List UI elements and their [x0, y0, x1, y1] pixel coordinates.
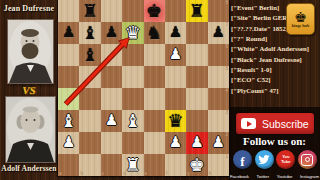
- dufresne-portrait: [7, 19, 54, 84]
- square-g2[interactable]: ♟: [186, 132, 207, 154]
- black-pawn-f7[interactable]: ♟: [165, 22, 186, 44]
- rank-label-3: 3: [225, 110, 228, 115]
- rank-label-8: 8: [225, 0, 228, 5]
- channel-logo[interactable]: ♚ kings hub: [286, 3, 315, 35]
- square-h8[interactable]: 8: [208, 0, 229, 22]
- square-f6[interactable]: ♟: [165, 44, 186, 66]
- square-e3[interactable]: [144, 110, 165, 132]
- square-d2[interactable]: [122, 132, 143, 154]
- file-label-c: c: [102, 171, 104, 176]
- black-pawn-a7[interactable]: ♟: [58, 22, 79, 44]
- white-queen-d7[interactable]: ♛: [122, 22, 143, 44]
- square-g4[interactable]: [186, 88, 207, 110]
- right-panel: ["Event" Berlin] ["Site" Berlin GER ["??…: [229, 0, 320, 180]
- square-c2[interactable]: [101, 132, 122, 154]
- white-bishop-a3[interactable]: ♝: [58, 110, 79, 132]
- square-b3[interactable]: [79, 110, 100, 132]
- instagram-button[interactable]: [298, 150, 317, 169]
- rank-label-1: 1: [225, 154, 228, 159]
- twitter-label: Twitter: [256, 174, 269, 179]
- square-e4[interactable]: [144, 88, 165, 110]
- square-b1[interactable]: b: [79, 154, 100, 176]
- square-d4[interactable]: [122, 88, 143, 110]
- pgn-line-white: ["White" Adolf Anderssen]: [231, 44, 320, 54]
- square-h6[interactable]: 6: [208, 44, 229, 66]
- pgn-line-result: ["Result" 1-0]: [231, 65, 320, 75]
- rank-label-7: 7: [225, 22, 228, 27]
- pgn-line-plycount: ["PlyCount" 47]: [231, 86, 320, 96]
- white-pawn-f2[interactable]: ♟: [165, 132, 186, 154]
- youtube-button[interactable]: You Tube: [276, 150, 295, 169]
- square-e1[interactable]: e: [144, 154, 165, 176]
- file-label-f: f: [166, 171, 167, 176]
- file-label-e: e: [145, 171, 148, 176]
- instagram-label: Instagram: [300, 174, 319, 179]
- square-d3[interactable]: ♝: [122, 110, 143, 132]
- white-pawn-f6[interactable]: ♟: [165, 44, 186, 66]
- square-c3[interactable]: ♟: [101, 110, 122, 132]
- square-g5[interactable]: [186, 66, 207, 88]
- black-pawn-c7[interactable]: ♟: [101, 22, 122, 44]
- square-a5[interactable]: [58, 66, 79, 88]
- channel-logo-text: kings hub: [290, 24, 312, 28]
- black-bishop-b7[interactable]: ♝: [79, 22, 100, 44]
- square-c5[interactable]: [101, 66, 122, 88]
- square-e7[interactable]: ♞: [144, 22, 165, 44]
- square-b5[interactable]: [79, 66, 100, 88]
- white-bishop-d3[interactable]: ♝: [122, 110, 143, 132]
- instagram-icon: [301, 154, 313, 166]
- square-b8[interactable]: ♜: [79, 0, 100, 22]
- square-b4[interactable]: [79, 88, 100, 110]
- twitter-bird-icon: [258, 155, 270, 165]
- square-a7[interactable]: ♟: [58, 22, 79, 44]
- black-rook-g8[interactable]: ♜: [186, 0, 207, 22]
- file-label-h: h: [209, 171, 212, 176]
- square-h3[interactable]: 3: [208, 110, 229, 132]
- file-label-d: d: [123, 171, 126, 176]
- square-b2[interactable]: [79, 132, 100, 154]
- twitter-button[interactable]: [255, 150, 274, 169]
- pgn-line-round: ["?" Round]: [231, 34, 320, 44]
- square-d5[interactable]: [122, 66, 143, 88]
- square-a1[interactable]: a: [58, 154, 79, 176]
- black-king-e8[interactable]: ♚: [144, 0, 165, 22]
- square-c6[interactable]: [101, 44, 122, 66]
- social-icons-row: f You Tube: [233, 150, 317, 169]
- square-f7[interactable]: ♟: [165, 22, 186, 44]
- square-a4[interactable]: [58, 88, 79, 110]
- square-f8[interactable]: [165, 0, 186, 22]
- white-pawn-c3[interactable]: ♟: [101, 110, 122, 132]
- square-d7[interactable]: ♛: [122, 22, 143, 44]
- black-player-name: Jean Dufresne: [0, 4, 58, 13]
- rank-label-6: 6: [225, 44, 228, 49]
- white-pawn-g2[interactable]: ♟: [186, 132, 207, 154]
- subscribe-label: Subscribe: [262, 118, 309, 130]
- square-g6[interactable]: [186, 44, 207, 66]
- square-e6[interactable]: [144, 44, 165, 66]
- youtube-label: Youtube: [277, 174, 293, 179]
- facebook-button[interactable]: f: [233, 150, 252, 169]
- black-king-icon: ♚: [294, 10, 307, 24]
- square-e8[interactable]: ♚: [144, 0, 165, 22]
- rank-label-2: 2: [225, 132, 228, 137]
- square-h7[interactable]: ♟7: [208, 22, 229, 44]
- square-g8[interactable]: ♜: [186, 0, 207, 22]
- youtube-play-icon: [241, 118, 256, 129]
- square-g3[interactable]: [186, 110, 207, 132]
- file-label-a: a: [59, 171, 62, 176]
- square-a3[interactable]: ♝: [58, 110, 79, 132]
- anderssen-portrait-image: [6, 97, 55, 162]
- square-f2[interactable]: ♟: [165, 132, 186, 154]
- dufresne-portrait-image: [8, 20, 53, 83]
- square-h2[interactable]: ♟2: [208, 132, 229, 154]
- square-c1[interactable]: c: [101, 154, 122, 176]
- black-bishop-b6[interactable]: ♝: [79, 44, 100, 66]
- square-a6[interactable]: [58, 44, 79, 66]
- pgn-line-black: ["Black" Jean Dufresne]: [231, 55, 320, 65]
- black-rook-b8[interactable]: ♜: [79, 0, 100, 22]
- white-player-name: Adolf Anderssen: [0, 164, 58, 173]
- square-d6[interactable]: [122, 44, 143, 66]
- square-h4[interactable]: 4: [208, 88, 229, 110]
- file-label-g: g: [187, 171, 190, 176]
- square-h5[interactable]: 5: [208, 66, 229, 88]
- square-b7[interactable]: ♝: [79, 22, 100, 44]
- square-e2[interactable]: [144, 132, 165, 154]
- square-c7[interactable]: ♟: [101, 22, 122, 44]
- promo-box: Subscribe Follow us on: f You Tube: [229, 107, 320, 180]
- facebook-label: Facebook: [230, 174, 249, 179]
- square-g7[interactable]: [186, 22, 207, 44]
- facebook-icon: f: [240, 154, 244, 170]
- vs-badge: VS: [0, 84, 58, 96]
- square-a8[interactable]: [58, 0, 79, 22]
- square-c4[interactable]: [101, 88, 122, 110]
- rank-label-4: 4: [225, 88, 228, 93]
- square-c8[interactable]: [101, 0, 122, 22]
- chess-board[interactable]: ♜♚♜8♟♝♟♛♞♟♟7♝♟654♝♟♝♛3♟♟♟♟2abc♜def♚gh1: [58, 0, 229, 176]
- square-a2[interactable]: ♟: [58, 132, 79, 154]
- black-queen-f3[interactable]: ♛: [165, 110, 186, 132]
- square-f1[interactable]: f: [165, 154, 186, 176]
- rank-label-5: 5: [225, 66, 228, 71]
- square-f3[interactable]: ♛: [165, 110, 186, 132]
- thumbnail-root: Jean Dufresne VS Adolf Andersse: [0, 0, 320, 180]
- youtube-icon: You Tube: [281, 155, 290, 163]
- square-f4[interactable]: [165, 88, 186, 110]
- square-g1[interactable]: ♚g: [186, 154, 207, 176]
- square-d1[interactable]: ♜d: [122, 154, 143, 176]
- subscribe-button[interactable]: Subscribe: [236, 113, 314, 134]
- anderssen-portrait: [5, 96, 56, 163]
- white-pawn-a2[interactable]: ♟: [58, 132, 79, 154]
- square-e5[interactable]: [144, 66, 165, 88]
- square-h1[interactable]: h1: [208, 154, 229, 176]
- black-knight-e7[interactable]: ♞: [144, 22, 165, 44]
- square-b6[interactable]: ♝: [79, 44, 100, 66]
- file-label-b: b: [80, 171, 83, 176]
- social-labels: Facebook Twitter Youtube Instagram: [229, 174, 320, 179]
- square-f5[interactable]: [165, 66, 186, 88]
- follow-us-text: Follow us on:: [229, 135, 320, 147]
- square-d8[interactable]: [122, 0, 143, 22]
- pgn-line-eco: ["ECO" C52]: [231, 75, 320, 85]
